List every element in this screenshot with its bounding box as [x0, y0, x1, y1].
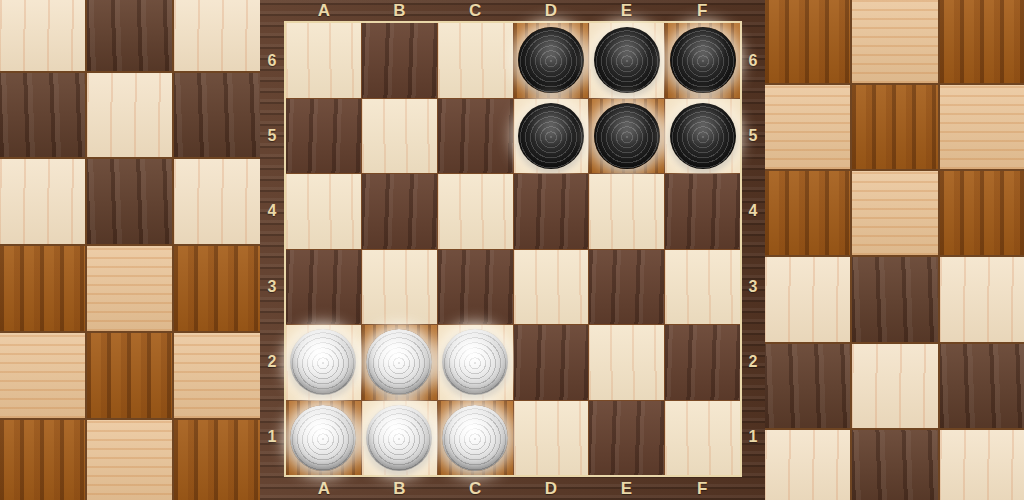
background-square — [87, 73, 172, 157]
rank-label-6: 6 — [260, 23, 284, 98]
square-d5[interactable] — [514, 99, 589, 174]
file-label-E: E — [589, 0, 665, 21]
file-label-C: C — [437, 477, 513, 500]
square-b1[interactable] — [362, 401, 437, 476]
square-d2[interactable] — [514, 325, 589, 400]
black-piece-d5[interactable] — [518, 103, 584, 169]
square-f6[interactable] — [665, 23, 740, 98]
square-b3[interactable] — [362, 250, 437, 325]
square-b4[interactable] — [362, 174, 437, 249]
square-e4[interactable] — [589, 174, 664, 249]
square-c4[interactable] — [438, 174, 513, 249]
square-a2[interactable] — [286, 325, 361, 400]
background-square — [87, 420, 172, 500]
square-c2[interactable] — [438, 325, 513, 400]
square-d4[interactable] — [514, 174, 589, 249]
rank-labels-right: 654321 — [741, 23, 765, 475]
background-square — [174, 420, 260, 500]
background-square — [87, 246, 172, 331]
square-f2[interactable] — [665, 325, 740, 400]
background-square — [765, 257, 850, 342]
square-d1[interactable] — [514, 401, 589, 476]
file-label-D: D — [513, 0, 589, 21]
background-square — [0, 420, 85, 500]
square-f5[interactable] — [665, 99, 740, 174]
rank-label-4: 4 — [741, 174, 765, 249]
black-piece-d6[interactable] — [518, 27, 584, 93]
square-a5[interactable] — [286, 99, 361, 174]
background-square — [87, 333, 172, 418]
square-a4[interactable] — [286, 174, 361, 249]
background-square — [852, 344, 938, 428]
checkers-board: ABCDEF 654321 654321 ABCDEF — [260, 0, 765, 500]
background-square — [940, 0, 1024, 83]
square-e1[interactable] — [589, 401, 664, 476]
rank-label-6: 6 — [741, 23, 765, 98]
rank-label-1: 1 — [741, 400, 765, 475]
checkers-app: ABCDEF 654321 654321 ABCDEF — [0, 0, 1024, 500]
white-piece-a2[interactable] — [290, 329, 356, 395]
background-square — [852, 430, 938, 500]
background-board-left — [0, 0, 260, 500]
background-square — [765, 171, 850, 255]
black-piece-e6[interactable] — [594, 27, 660, 93]
rank-labels-left: 654321 — [260, 23, 284, 475]
background-square — [765, 85, 850, 169]
square-e6[interactable] — [589, 23, 664, 98]
background-square — [174, 246, 260, 331]
background-square — [852, 257, 938, 342]
square-c5[interactable] — [438, 99, 513, 174]
background-square — [0, 159, 85, 244]
rank-label-4: 4 — [260, 174, 284, 249]
white-piece-b2[interactable] — [366, 329, 432, 395]
background-square — [940, 430, 1024, 500]
square-b5[interactable] — [362, 99, 437, 174]
white-piece-c2[interactable] — [442, 329, 508, 395]
file-label-A: A — [286, 0, 362, 21]
background-square — [87, 0, 172, 71]
background-square — [765, 430, 850, 500]
square-d6[interactable] — [514, 23, 589, 98]
background-board-right — [765, 0, 1024, 500]
rank-label-3: 3 — [741, 249, 765, 324]
background-square — [174, 73, 260, 157]
background-square — [852, 171, 938, 255]
rank-label-2: 2 — [741, 324, 765, 399]
background-square — [0, 73, 85, 157]
square-f3[interactable] — [665, 250, 740, 325]
square-c6[interactable] — [438, 23, 513, 98]
black-piece-f5[interactable] — [670, 103, 736, 169]
background-square — [0, 246, 85, 331]
background-square — [174, 159, 260, 244]
file-labels-top: ABCDEF — [286, 0, 740, 21]
white-piece-b1[interactable] — [366, 405, 432, 471]
file-label-F: F — [664, 477, 740, 500]
file-label-A: A — [286, 477, 362, 500]
rank-label-3: 3 — [260, 249, 284, 324]
file-label-F: F — [664, 0, 740, 21]
background-square — [852, 0, 938, 83]
background-square — [940, 85, 1024, 169]
black-piece-f6[interactable] — [670, 27, 736, 93]
background-square — [765, 344, 850, 428]
file-label-B: B — [362, 477, 438, 500]
square-f4[interactable] — [665, 174, 740, 249]
background-square — [940, 171, 1024, 255]
file-label-C: C — [437, 0, 513, 21]
file-labels-bottom: ABCDEF — [286, 477, 740, 500]
background-square — [940, 257, 1024, 342]
white-piece-c1[interactable] — [442, 405, 508, 471]
background-square — [174, 333, 260, 418]
background-square — [174, 0, 260, 71]
square-e5[interactable] — [589, 99, 664, 174]
white-piece-a1[interactable] — [290, 405, 356, 471]
background-square — [940, 344, 1024, 428]
square-e2[interactable] — [589, 325, 664, 400]
background-square — [0, 0, 85, 71]
background-square — [0, 333, 85, 418]
file-label-B: B — [362, 0, 438, 21]
rank-label-1: 1 — [260, 400, 284, 475]
background-square — [765, 0, 850, 83]
rank-label-5: 5 — [260, 98, 284, 173]
file-label-D: D — [513, 477, 589, 500]
square-d3[interactable] — [514, 250, 589, 325]
background-square — [852, 85, 938, 169]
rank-label-2: 2 — [260, 324, 284, 399]
background-square — [87, 159, 172, 244]
black-piece-e5[interactable] — [594, 103, 660, 169]
square-c3[interactable] — [438, 250, 513, 325]
square-b2[interactable] — [362, 325, 437, 400]
square-e3[interactable] — [589, 250, 664, 325]
board-inner-frame — [284, 21, 742, 477]
board-squares — [286, 23, 740, 475]
square-a1[interactable] — [286, 401, 361, 476]
square-a3[interactable] — [286, 250, 361, 325]
square-a6[interactable] — [286, 23, 361, 98]
file-label-E: E — [589, 477, 665, 500]
rank-label-5: 5 — [741, 98, 765, 173]
square-f1[interactable] — [665, 401, 740, 476]
square-b6[interactable] — [362, 23, 437, 98]
square-c1[interactable] — [438, 401, 513, 476]
